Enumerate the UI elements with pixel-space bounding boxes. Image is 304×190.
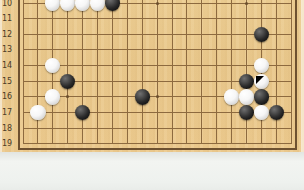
row-label: 11 (2, 14, 16, 23)
star-point (156, 2, 159, 5)
grid-line-vertical (216, 0, 217, 144)
stone-white[interactable] (224, 89, 239, 104)
grid-line-horizontal (23, 49, 292, 50)
grid-line-vertical (172, 0, 173, 144)
row-label: 18 (2, 124, 16, 133)
right-edge-highlight (301, 0, 304, 152)
stone-white[interactable] (45, 89, 60, 104)
left-edge-highlight (0, 0, 2, 152)
row-label: 12 (2, 30, 16, 39)
stone-black[interactable] (135, 89, 150, 104)
go-board[interactable]: 10111213141516171819 (0, 0, 304, 152)
stone-black[interactable] (239, 74, 254, 89)
grid-line-horizontal (23, 34, 292, 35)
grid-line-vertical (291, 0, 292, 144)
row-label: 14 (2, 61, 16, 70)
grid-line-horizontal (23, 65, 292, 66)
row-label: 15 (2, 77, 16, 86)
grid-line-vertical (67, 0, 68, 144)
grid-line-vertical (127, 0, 128, 144)
grid-line-vertical (23, 0, 24, 144)
stone-black[interactable] (254, 27, 269, 42)
row-label: 17 (2, 108, 16, 117)
grid-line-vertical (37, 0, 38, 144)
row-label: 10 (2, 0, 16, 8)
stone-white[interactable] (239, 89, 254, 104)
grid-line-vertical (157, 0, 158, 144)
star-point (245, 2, 248, 5)
row-label: 19 (2, 139, 16, 148)
row-label: 13 (2, 45, 16, 54)
grid-line-vertical (231, 0, 232, 144)
grid-line-vertical (201, 0, 202, 144)
grid-line-vertical (142, 0, 143, 144)
grid-line-vertical (246, 0, 247, 144)
app-screen: 10111213141516171819 (0, 0, 304, 190)
row-label: 16 (2, 92, 16, 101)
grid-line-vertical (97, 0, 98, 144)
grid-line-vertical (186, 0, 187, 144)
stone-white[interactable] (30, 105, 45, 120)
grid-line-horizontal (23, 143, 292, 144)
grid-line-horizontal (23, 128, 292, 129)
stone-white[interactable] (254, 74, 269, 89)
grid-line-vertical (112, 0, 113, 144)
grid-line-vertical (276, 0, 277, 144)
grid-line-horizontal (23, 18, 292, 19)
stone-black[interactable] (254, 89, 269, 104)
last-move-triangle-marker (256, 76, 264, 84)
grid-line-vertical (82, 0, 83, 144)
below-board-background (0, 152, 304, 190)
